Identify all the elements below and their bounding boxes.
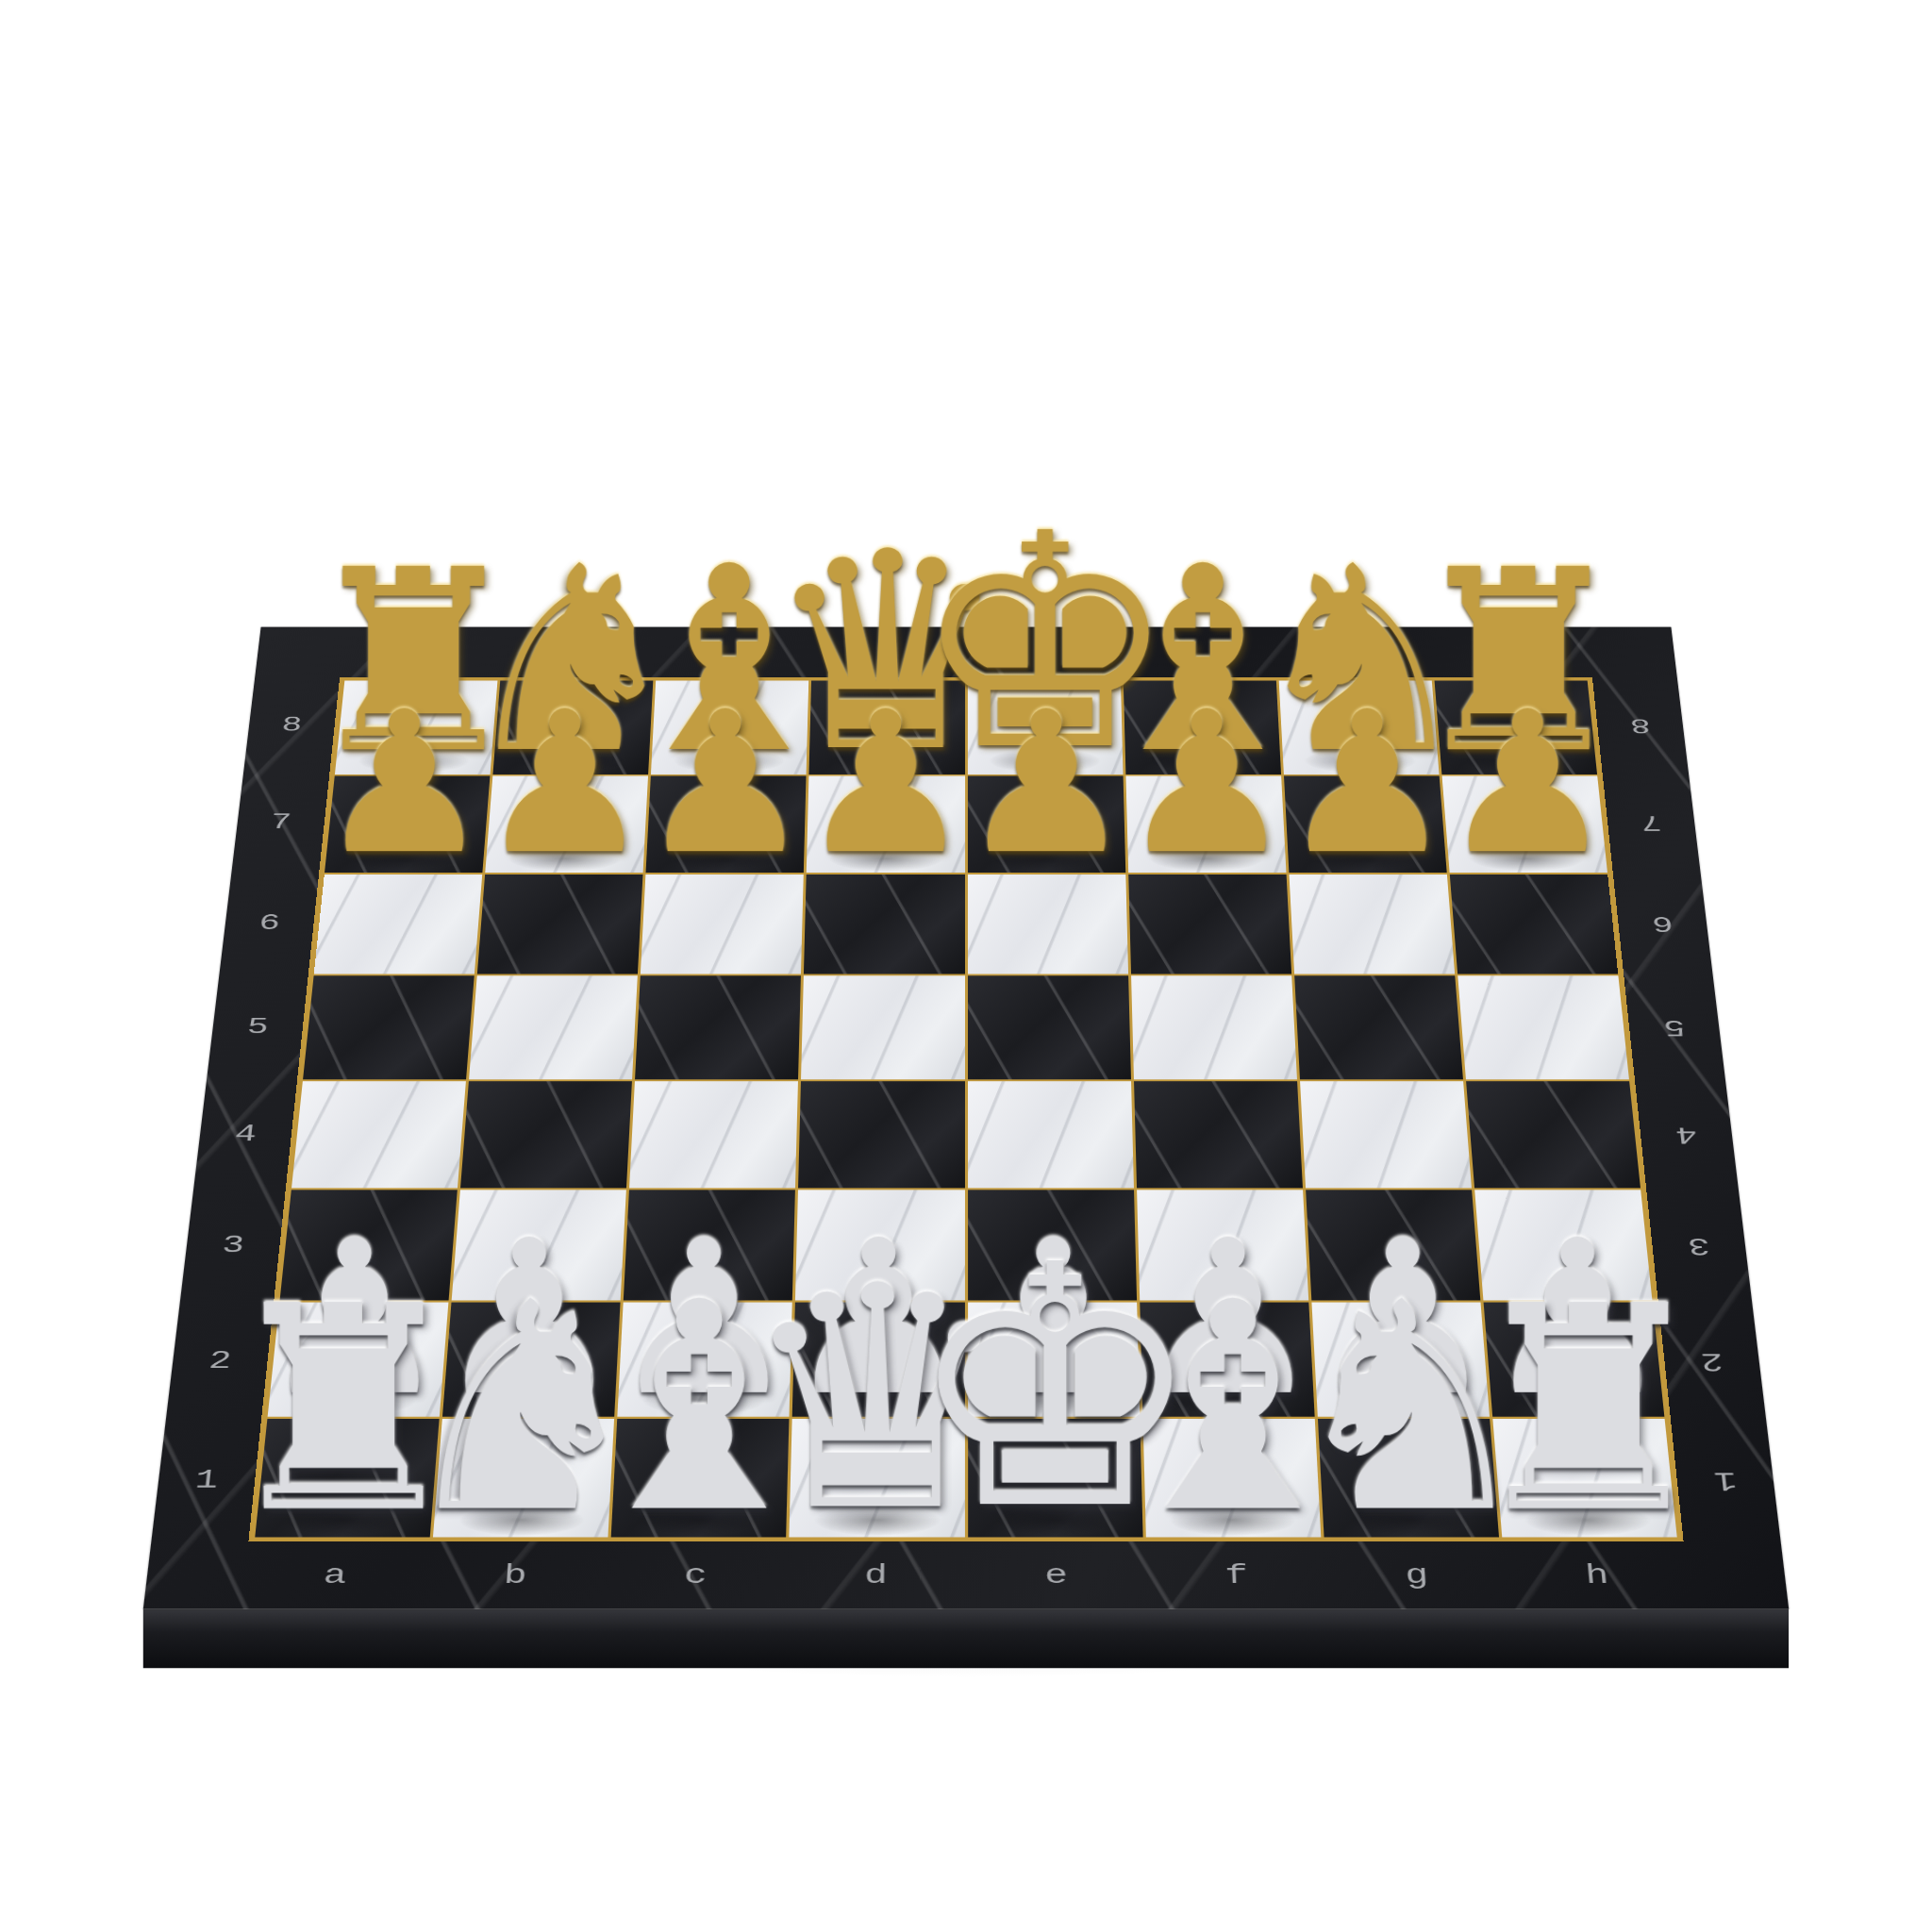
square-e6[interactable] [967,874,1127,974]
square-h6[interactable] [1450,874,1619,974]
rank-label-right-7: 7 [1603,774,1701,873]
square-h4[interactable] [1466,1081,1641,1188]
file-label-h: h [1504,1541,1690,1609]
piece-black-pawn-h7[interactable]: ♟ [1441,700,1616,867]
square-b4[interactable] [460,1081,632,1188]
piece-black-pawn-b7[interactable]: ♟ [476,700,652,867]
square-g6[interactable] [1289,874,1455,974]
board-slab-edge [143,1609,1789,1669]
square-f5[interactable] [1131,976,1297,1079]
square-a5[interactable] [303,976,475,1079]
square-d6[interactable] [804,874,964,974]
chess-board: ♜♞♝♛♚♝♞♜♟♟♟♟♟♟♟♟♟♟♟♟♟♟♟♟♜♞♝♛♚♝♞♜ 8765432… [143,627,1789,1609]
square-a7[interactable]: ♟ [325,776,491,873]
square-e4[interactable] [968,1081,1134,1188]
rank-label-right-6: 6 [1613,873,1713,974]
piece-black-pawn-g7[interactable]: ♟ [1279,700,1455,867]
file-label-g: g [1324,1541,1509,1609]
square-a6[interactable] [314,874,483,974]
file-label-e: e [966,1541,1147,1609]
square-d4[interactable] [798,1081,964,1188]
rank-label-right-4: 4 [1635,1080,1739,1190]
square-e7[interactable]: ♟ [967,776,1124,873]
file-label-d: d [785,1541,966,1609]
square-b7[interactable]: ♟ [485,776,648,873]
file-label-f: f [1145,1541,1328,1609]
file-label-b: b [423,1541,608,1609]
file-label-c: c [604,1541,787,1609]
piece-black-pawn-e7[interactable]: ♟ [958,700,1134,867]
file-labels-bottom: abcdefgh [241,1541,1690,1609]
piece-black-pawn-d7[interactable]: ♟ [798,700,974,867]
file-label-a: a [241,1541,428,1609]
piece-black-pawn-c7[interactable]: ♟ [638,700,813,867]
rank-label-left-5: 5 [207,974,308,1080]
rank-label-right-5: 5 [1624,974,1725,1080]
square-e1[interactable]: ♚ [968,1419,1143,1538]
square-f4[interactable] [1134,1081,1303,1188]
piece-black-pawn-f7[interactable]: ♟ [1119,700,1294,867]
square-g4[interactable] [1300,1081,1472,1188]
square-c6[interactable] [641,874,804,974]
scene: ♜♞♝♛♚♝♞♜♟♟♟♟♟♟♟♟♟♟♟♟♟♟♟♟♜♞♝♛♚♝♞♜ 8765432… [0,0,1932,1932]
square-g1[interactable]: ♞ [1318,1419,1499,1538]
square-g7[interactable]: ♟ [1284,776,1447,873]
rank-label-left-4: 4 [193,1080,297,1190]
piece-white-king-e1[interactable]: ♚ [906,1247,1205,1530]
square-d7[interactable]: ♟ [807,776,964,873]
square-f7[interactable]: ♟ [1125,776,1286,873]
rank-label-left-7: 7 [231,774,329,873]
square-a4[interactable] [291,1081,466,1188]
square-b6[interactable] [477,874,643,974]
piece-black-pawn-a7[interactable]: ♟ [316,700,491,867]
square-e5[interactable] [967,976,1130,1079]
rank-label-left-6: 6 [219,873,319,974]
square-d5[interactable] [801,976,964,1079]
square-c5[interactable] [635,976,801,1079]
board-grid: ♜♞♝♛♚♝♞♜♟♟♟♟♟♟♟♟♟♟♟♟♟♟♟♟♜♞♝♛♚♝♞♜ [248,677,1683,1541]
square-h7[interactable]: ♟ [1441,776,1607,873]
square-h5[interactable] [1457,976,1629,1079]
square-c7[interactable]: ♟ [646,776,807,873]
piece-white-knight-g1[interactable]: ♞ [1282,1286,1541,1531]
square-c4[interactable] [629,1081,798,1188]
rank-label-right-8: 8 [1592,677,1689,774]
square-b5[interactable] [469,976,638,1079]
square-g5[interactable] [1294,976,1463,1079]
square-f6[interactable] [1128,874,1291,974]
